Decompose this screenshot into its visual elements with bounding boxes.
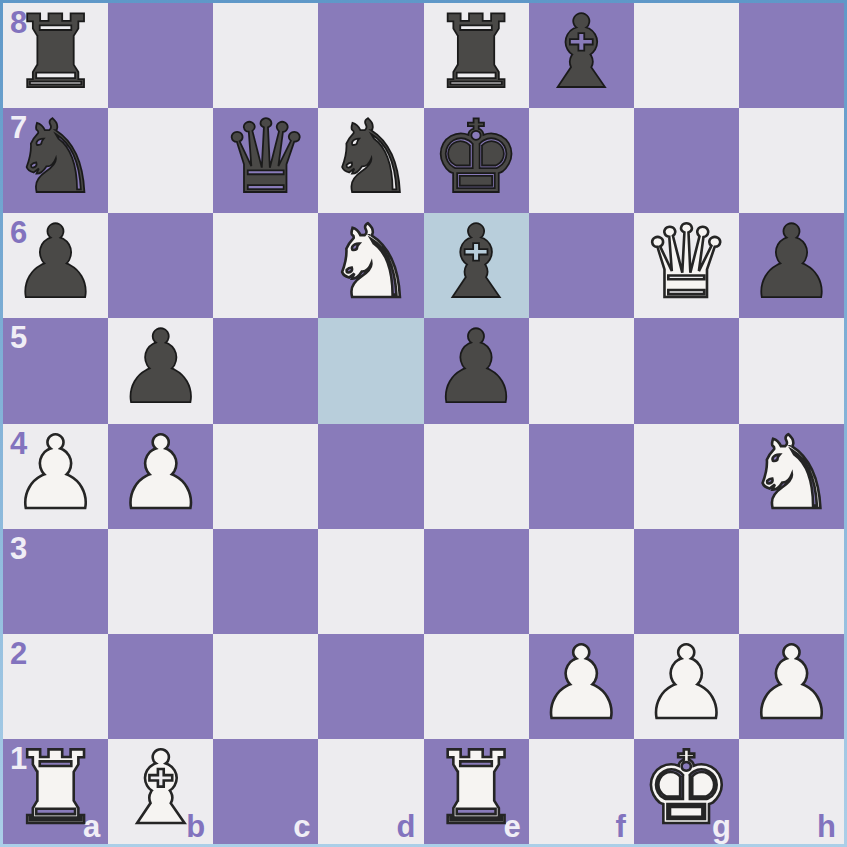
square-c6[interactable] <box>213 213 318 318</box>
rank-label-2: 2 <box>10 638 27 669</box>
square-g7[interactable] <box>634 108 739 213</box>
white-pawn[interactable]: ♟ <box>641 633 732 734</box>
square-b3[interactable] <box>108 529 213 634</box>
square-f1[interactable]: f <box>529 739 634 844</box>
square-g4[interactable] <box>634 424 739 529</box>
square-d5[interactable] <box>318 318 423 423</box>
square-g1[interactable]: g♚ <box>634 739 739 844</box>
square-d8[interactable] <box>318 3 423 108</box>
square-h5[interactable] <box>739 318 844 423</box>
black-king[interactable]: ♚ <box>431 107 522 208</box>
white-pawn[interactable]: ♟ <box>746 633 837 734</box>
file-label-d: d <box>397 811 416 842</box>
square-d1[interactable]: d <box>318 739 423 844</box>
square-b1[interactable]: b♝ <box>108 739 213 844</box>
file-label-f: f <box>615 811 625 842</box>
white-king[interactable]: ♚ <box>641 738 732 839</box>
square-g8[interactable] <box>634 3 739 108</box>
square-e1[interactable]: e♜ <box>424 739 529 844</box>
square-c4[interactable] <box>213 424 318 529</box>
square-e4[interactable] <box>424 424 529 529</box>
file-label-h: h <box>817 811 836 842</box>
square-a2[interactable]: 2 <box>3 634 108 739</box>
square-e3[interactable] <box>424 529 529 634</box>
square-f2[interactable]: ♟ <box>529 634 634 739</box>
rank-label-5: 5 <box>10 322 27 353</box>
square-h7[interactable] <box>739 108 844 213</box>
square-c1[interactable]: c <box>213 739 318 844</box>
square-h3[interactable] <box>739 529 844 634</box>
square-a4[interactable]: 4♟ <box>3 424 108 529</box>
black-knight[interactable]: ♞ <box>10 107 101 208</box>
square-h6[interactable]: ♟ <box>739 213 844 318</box>
square-e2[interactable] <box>424 634 529 739</box>
square-c8[interactable] <box>213 3 318 108</box>
square-f4[interactable] <box>529 424 634 529</box>
square-f7[interactable] <box>529 108 634 213</box>
square-d7[interactable]: ♞ <box>318 108 423 213</box>
square-g3[interactable] <box>634 529 739 634</box>
square-b2[interactable] <box>108 634 213 739</box>
chess-board: 8♜♜♝7♞♛♞♚6♟♞♝♛♟5♟♟4♟♟♞32♟♟♟1a♜b♝cde♜fg♚h <box>3 3 844 844</box>
black-rook[interactable]: ♜ <box>10 2 101 103</box>
black-pawn[interactable]: ♟ <box>431 317 522 418</box>
square-h1[interactable]: h <box>739 739 844 844</box>
white-pawn[interactable]: ♟ <box>536 633 627 734</box>
square-a5[interactable]: 5 <box>3 318 108 423</box>
square-d6[interactable]: ♞ <box>318 213 423 318</box>
square-c3[interactable] <box>213 529 318 634</box>
square-g6[interactable]: ♛ <box>634 213 739 318</box>
square-g2[interactable]: ♟ <box>634 634 739 739</box>
square-e7[interactable]: ♚ <box>424 108 529 213</box>
square-a8[interactable]: 8♜ <box>3 3 108 108</box>
black-pawn[interactable]: ♟ <box>746 212 837 313</box>
black-queen[interactable]: ♛ <box>221 107 312 208</box>
file-label-c: c <box>293 811 310 842</box>
square-f3[interactable] <box>529 529 634 634</box>
black-pawn[interactable]: ♟ <box>115 317 206 418</box>
square-e8[interactable]: ♜ <box>424 3 529 108</box>
white-pawn[interactable]: ♟ <box>115 423 206 524</box>
square-d2[interactable] <box>318 634 423 739</box>
white-pawn[interactable]: ♟ <box>10 423 101 524</box>
square-d4[interactable] <box>318 424 423 529</box>
white-rook[interactable]: ♜ <box>431 738 522 839</box>
square-h2[interactable]: ♟ <box>739 634 844 739</box>
black-pawn[interactable]: ♟ <box>10 212 101 313</box>
square-c5[interactable] <box>213 318 318 423</box>
square-h8[interactable] <box>739 3 844 108</box>
square-e6[interactable]: ♝ <box>424 213 529 318</box>
white-knight[interactable]: ♞ <box>746 423 837 524</box>
square-h4[interactable]: ♞ <box>739 424 844 529</box>
square-f5[interactable] <box>529 318 634 423</box>
square-b4[interactable]: ♟ <box>108 424 213 529</box>
square-c2[interactable] <box>213 634 318 739</box>
square-a7[interactable]: 7♞ <box>3 108 108 213</box>
square-a1[interactable]: 1a♜ <box>3 739 108 844</box>
square-c7[interactable]: ♛ <box>213 108 318 213</box>
square-b7[interactable] <box>108 108 213 213</box>
square-b8[interactable] <box>108 3 213 108</box>
square-d3[interactable] <box>318 529 423 634</box>
square-e5[interactable]: ♟ <box>424 318 529 423</box>
black-bishop[interactable]: ♝ <box>536 2 627 103</box>
white-bishop[interactable]: ♝ <box>115 738 206 839</box>
black-rook[interactable]: ♜ <box>431 2 522 103</box>
white-knight[interactable]: ♞ <box>326 212 417 313</box>
white-rook[interactable]: ♜ <box>10 738 101 839</box>
square-a6[interactable]: 6♟ <box>3 213 108 318</box>
square-b6[interactable] <box>108 213 213 318</box>
black-bishop[interactable]: ♝ <box>431 212 522 313</box>
square-a3[interactable]: 3 <box>3 529 108 634</box>
square-b5[interactable]: ♟ <box>108 318 213 423</box>
square-f6[interactable] <box>529 213 634 318</box>
square-f8[interactable]: ♝ <box>529 3 634 108</box>
white-queen[interactable]: ♛ <box>641 212 732 313</box>
black-knight[interactable]: ♞ <box>326 107 417 208</box>
square-g5[interactable] <box>634 318 739 423</box>
rank-label-3: 3 <box>10 533 27 564</box>
chess-board-frame: 8♜♜♝7♞♛♞♚6♟♞♝♛♟5♟♟4♟♟♞32♟♟♟1a♜b♝cde♜fg♚h <box>0 0 847 847</box>
